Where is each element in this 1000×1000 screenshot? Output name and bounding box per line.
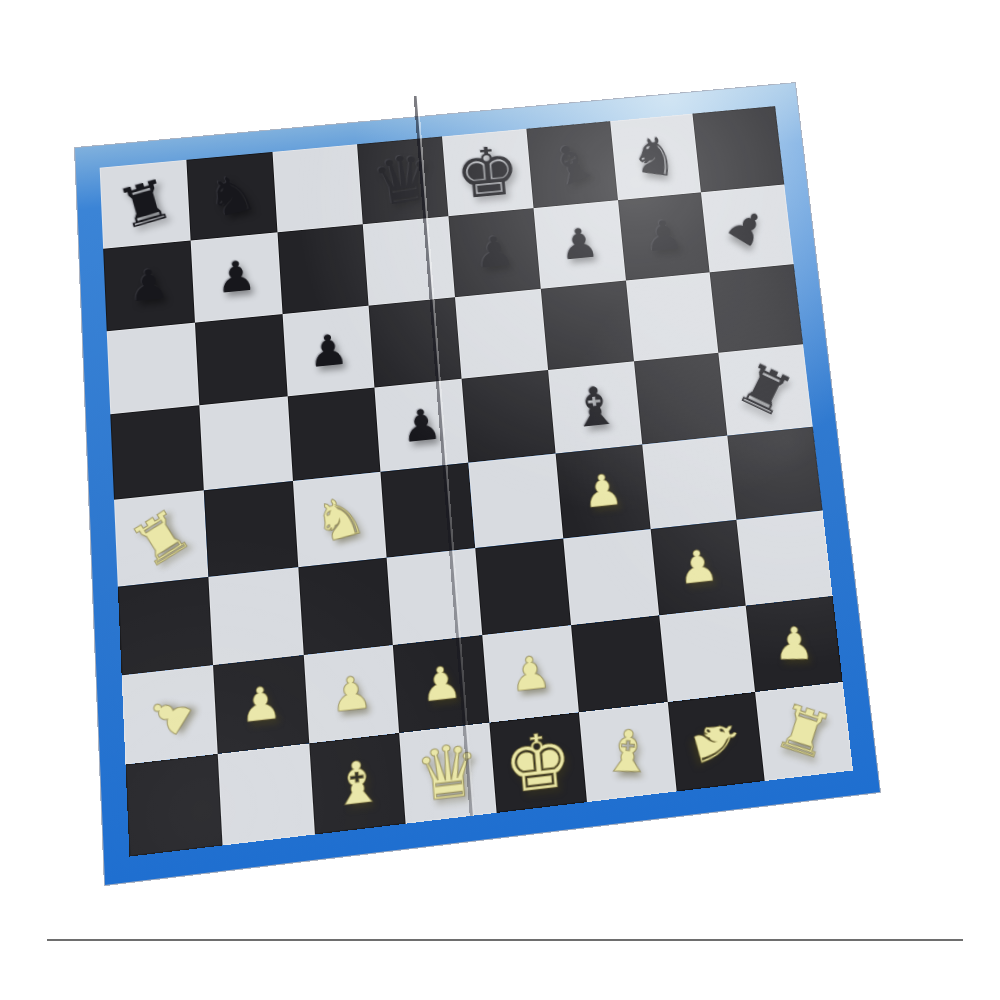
square-e8[interactable]: ♚	[442, 129, 533, 216]
piece-yellow-king-e1[interactable]: ♚	[501, 721, 575, 805]
square-h1[interactable]: ♜	[755, 682, 853, 781]
square-h5[interactable]: ♜	[719, 344, 813, 435]
piece-black-pawn-b7[interactable]: ♟	[215, 254, 257, 300]
square-h6[interactable]	[710, 264, 803, 353]
piece-black-pawn-a7[interactable]: ♟	[128, 262, 170, 308]
square-e1[interactable]: ♚	[489, 713, 586, 813]
piece-yellow-knight-g1[interactable]: ♞	[682, 709, 751, 774]
square-b6[interactable]	[195, 314, 288, 406]
piece-yellow-knight-c4[interactable]: ♞	[308, 486, 371, 553]
square-h2[interactable]: ♟	[746, 596, 843, 693]
square-g6[interactable]	[625, 272, 718, 362]
square-d5[interactable]: ♟	[375, 379, 469, 472]
piece-black-queen-d8[interactable]: ♛	[368, 144, 438, 217]
piece-yellow-pawn-f4[interactable]: ♟	[581, 467, 625, 515]
square-d8[interactable]: ♛	[357, 137, 448, 224]
square-g4[interactable]	[642, 436, 737, 529]
piece-yellow-rook-h1[interactable]: ♜	[769, 694, 839, 768]
piece-yellow-pawn-a2[interactable]: ♟	[138, 685, 200, 744]
square-f1[interactable]: ♝	[579, 702, 676, 802]
piece-black-pawn-d5[interactable]: ♟	[400, 402, 443, 449]
square-c7[interactable]	[277, 224, 369, 314]
piece-yellow-pawn-c2[interactable]: ♟	[329, 669, 374, 719]
square-d7[interactable]	[363, 216, 455, 305]
square-b7[interactable]: ♟	[190, 232, 282, 322]
square-f5[interactable]: ♝	[548, 362, 642, 454]
square-f2[interactable]	[571, 615, 668, 713]
square-g8[interactable]: ♞	[610, 114, 701, 200]
piece-yellow-pawn-b2[interactable]: ♟	[238, 679, 282, 730]
square-a1[interactable]	[126, 754, 223, 856]
piece-black-bishop-f8[interactable]: ♝	[539, 132, 604, 197]
piece-yellow-pawn-d2[interactable]: ♟	[419, 659, 464, 709]
square-e3[interactable]	[475, 538, 571, 634]
square-e6[interactable]	[455, 288, 548, 379]
square-a8[interactable]: ♜	[100, 160, 191, 249]
piece-yellow-pawn-g3[interactable]: ♟	[676, 543, 721, 591]
piece-black-knight-b8[interactable]: ♞	[202, 166, 261, 227]
square-g5[interactable]	[634, 353, 728, 445]
board-grid: ♜♞♛♚♝♞♟♟♟♟♟♟♟♟♝♜♜♞♟♟♟♟♟♟♟♟♝♛♚♝♞♜	[100, 106, 853, 856]
square-b5[interactable]	[199, 397, 292, 491]
square-h8[interactable]	[693, 106, 785, 192]
square-g1[interactable]: ♞	[667, 692, 765, 791]
square-f3[interactable]	[563, 529, 659, 625]
square-a2[interactable]: ♟	[122, 665, 218, 765]
square-f8[interactable]: ♝	[526, 121, 617, 208]
square-d6[interactable]	[369, 297, 462, 388]
piece-yellow-pawn-e2[interactable]: ♟	[508, 649, 553, 699]
square-h4[interactable]	[728, 427, 823, 520]
piece-black-rook-h5[interactable]: ♜	[729, 353, 801, 426]
piece-yellow-bishop-f1[interactable]: ♝	[600, 723, 654, 782]
square-b2[interactable]: ♟	[213, 655, 309, 755]
square-h3[interactable]	[737, 510, 833, 605]
square-c5[interactable]	[287, 388, 381, 481]
square-d3[interactable]	[387, 548, 482, 645]
square-f7[interactable]: ♟	[533, 200, 625, 288]
square-d4[interactable]	[381, 463, 476, 558]
piece-black-pawn-c6[interactable]: ♟	[307, 327, 350, 373]
square-g7[interactable]: ♟	[617, 192, 709, 280]
square-e7[interactable]: ♟	[448, 208, 540, 297]
square-c6[interactable]: ♟	[282, 305, 375, 396]
square-f4[interactable]: ♟	[555, 445, 650, 539]
piece-yellow-bishop-c1[interactable]: ♝	[329, 752, 385, 816]
piece-yellow-rook-a4[interactable]: ♜	[121, 499, 200, 578]
piece-black-rook-a8[interactable]: ♜	[112, 170, 179, 238]
square-a5[interactable]	[110, 406, 203, 500]
square-d2[interactable]: ♟	[393, 635, 489, 734]
square-c2[interactable]: ♟	[303, 645, 399, 744]
square-e4[interactable]	[468, 454, 563, 548]
square-a7[interactable]: ♟	[103, 240, 195, 330]
piece-black-pawn-e7[interactable]: ♟	[473, 230, 516, 275]
square-b8[interactable]: ♞	[186, 152, 277, 240]
piece-yellow-pawn-h2[interactable]: ♟	[774, 621, 815, 666]
piece-black-king-e8[interactable]: ♚	[453, 136, 523, 209]
photo-divider-line	[47, 939, 963, 941]
square-h7[interactable]: ♟	[701, 184, 793, 272]
square-g3[interactable]: ♟	[650, 520, 746, 615]
chess-board: ♜♞♛♚♝♞♟♟♟♟♟♟♟♟♝♜♜♞♟♟♟♟♟♟♟♟♝♛♚♝♞♜	[75, 83, 880, 885]
piece-black-pawn-f7[interactable]: ♟	[558, 222, 601, 267]
piece-yellow-queen-d1[interactable]: ♛	[413, 733, 483, 812]
square-c4[interactable]: ♞	[292, 472, 386, 567]
square-e2[interactable]: ♟	[482, 625, 578, 723]
square-c1[interactable]: ♝	[309, 733, 406, 834]
product-photo: ♜♞♛♚♝♞♟♟♟♟♟♟♟♟♝♜♜♞♟♟♟♟♟♟♟♟♝♛♚♝♞♜	[0, 0, 1000, 1000]
square-a3[interactable]	[118, 577, 213, 675]
square-a6[interactable]	[107, 322, 199, 414]
piece-black-knight-g8[interactable]: ♞	[628, 128, 683, 184]
square-g2[interactable]	[659, 605, 756, 702]
square-c8[interactable]	[272, 144, 363, 232]
square-c3[interactable]	[298, 557, 393, 654]
square-b1[interactable]	[217, 744, 314, 846]
square-b4[interactable]	[204, 481, 298, 577]
square-d1[interactable]: ♛	[399, 723, 496, 824]
piece-black-pawn-g7[interactable]: ♟	[642, 214, 685, 259]
square-b3[interactable]	[208, 567, 303, 665]
piece-black-pawn-h7[interactable]: ♟	[719, 201, 774, 255]
piece-black-bishop-f5[interactable]: ♝	[568, 378, 622, 436]
square-f6[interactable]	[540, 280, 633, 370]
square-a4[interactable]: ♜	[114, 490, 208, 586]
square-e5[interactable]	[462, 370, 556, 462]
